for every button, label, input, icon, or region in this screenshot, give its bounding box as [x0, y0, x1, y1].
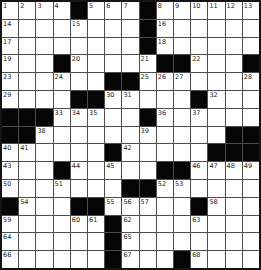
clue-number: 19	[3, 55, 11, 63]
white-cell-r11c2[interactable]	[19, 180, 35, 197]
clue-number: 39	[141, 127, 149, 135]
clue-number: 48	[227, 162, 235, 170]
white-cell-r11c14[interactable]	[226, 180, 242, 197]
white-cell-r12c13[interactable]: 58	[208, 198, 224, 215]
white-cell-r8c7[interactable]	[105, 127, 121, 144]
black-cell-r9c7	[105, 144, 121, 161]
white-cell-r14c13[interactable]	[208, 233, 224, 250]
white-cell-r1c12[interactable]: 10	[191, 2, 207, 19]
black-cell-r13c7	[105, 216, 121, 233]
white-cell-r1c11[interactable]: 9	[174, 2, 190, 19]
black-cell-r9c15	[243, 144, 259, 161]
white-cell-r14c5[interactable]	[71, 233, 87, 250]
white-cell-r15c2[interactable]	[19, 251, 35, 268]
white-cell-r6c2[interactable]	[19, 91, 35, 108]
white-cell-r15c12[interactable]: 68	[191, 251, 207, 268]
white-cell-r13c1[interactable]: 59	[2, 216, 18, 233]
black-cell-r1c9	[140, 2, 156, 19]
white-cell-r9c8[interactable]: 42	[122, 144, 138, 161]
white-cell-r9c5[interactable]	[71, 144, 87, 161]
clue-number: 64	[3, 233, 11, 241]
white-cell-r2c15[interactable]	[243, 20, 259, 37]
black-cell-r14c7	[105, 233, 121, 250]
clue-number: 38	[37, 127, 45, 135]
black-cell-r8c1	[2, 127, 18, 144]
white-cell-r9c1[interactable]: 40	[2, 144, 18, 161]
white-cell-r4c13[interactable]	[208, 55, 224, 72]
white-cell-r9c11[interactable]	[174, 144, 190, 161]
white-cell-r13c8[interactable]: 62	[122, 216, 138, 233]
white-cell-r11c11[interactable]: 53	[174, 180, 190, 197]
clue-number: 36	[158, 109, 166, 117]
white-cell-r3c2[interactable]	[19, 38, 35, 55]
white-cell-r13c4[interactable]	[54, 216, 70, 233]
white-cell-r12c14[interactable]	[226, 198, 242, 215]
white-cell-r6c13[interactable]: 32	[208, 91, 224, 108]
clue-number: 8	[158, 2, 162, 10]
white-cell-r5c13[interactable]	[208, 73, 224, 90]
white-cell-r12c11[interactable]	[174, 198, 190, 215]
white-cell-r11c7[interactable]	[105, 180, 121, 197]
white-cell-r8c12[interactable]	[191, 127, 207, 144]
white-cell-r15c6[interactable]	[88, 251, 104, 268]
white-cell-r5c4[interactable]: 24	[54, 73, 70, 90]
clue-number: 1	[3, 2, 7, 10]
white-cell-r3c11[interactable]	[174, 38, 190, 55]
white-cell-r2c12[interactable]	[191, 20, 207, 37]
white-cell-r14c1[interactable]: 64	[2, 233, 18, 250]
white-cell-r11c5[interactable]	[71, 180, 87, 197]
white-cell-r7c7[interactable]	[105, 109, 121, 126]
clue-number: 54	[20, 198, 28, 206]
white-cell-r15c15[interactable]	[243, 251, 259, 268]
clue-number: 52	[158, 180, 166, 188]
white-cell-r15c10[interactable]	[157, 251, 173, 268]
black-cell-r5c8	[122, 73, 138, 90]
white-cell-r15c14[interactable]	[226, 251, 242, 268]
white-cell-r14c3[interactable]	[36, 233, 52, 250]
white-cell-r3c15[interactable]	[243, 38, 259, 55]
white-cell-r9c6[interactable]	[88, 144, 104, 161]
white-cell-r5c14[interactable]	[226, 73, 242, 90]
white-cell-r12c4[interactable]	[54, 198, 70, 215]
black-cell-r11c9	[140, 180, 156, 197]
white-cell-r10c8[interactable]	[122, 162, 138, 179]
white-cell-r10c13[interactable]: 47	[208, 162, 224, 179]
white-cell-r9c9[interactable]	[140, 144, 156, 161]
white-cell-r10c3[interactable]	[36, 162, 52, 179]
white-cell-r11c10[interactable]: 52	[157, 180, 173, 197]
white-cell-r3c14[interactable]	[226, 38, 242, 55]
white-cell-r11c1[interactable]: 50	[2, 180, 18, 197]
clue-number: 28	[244, 73, 252, 81]
white-cell-r8c13[interactable]	[208, 127, 224, 144]
white-cell-r2c6[interactable]	[88, 20, 104, 37]
clue-number: 35	[89, 109, 97, 117]
white-cell-r14c8[interactable]: 65	[122, 233, 138, 250]
black-cell-r1c5	[71, 2, 87, 19]
white-cell-r8c11[interactable]	[174, 127, 190, 144]
clue-number: 10	[192, 2, 200, 10]
white-cell-r2c7[interactable]	[105, 20, 121, 37]
white-cell-r15c8[interactable]: 67	[122, 251, 138, 268]
white-cell-r7c14[interactable]	[226, 109, 242, 126]
clue-number: 46	[192, 162, 200, 170]
white-cell-r8c9[interactable]: 39	[140, 127, 156, 144]
clue-number: 45	[106, 162, 114, 170]
black-cell-r7c3	[36, 109, 52, 126]
clue-number: 16	[158, 20, 166, 28]
clue-number: 60	[72, 216, 80, 224]
clue-number: 44	[72, 162, 80, 170]
white-cell-r2c2[interactable]	[19, 20, 35, 37]
white-cell-r8c8[interactable]	[122, 127, 138, 144]
white-cell-r8c4[interactable]	[54, 127, 70, 144]
white-cell-r9c12[interactable]	[191, 144, 207, 161]
clue-number: 27	[175, 73, 183, 81]
white-cell-r14c15[interactable]	[243, 233, 259, 250]
white-cell-r5c10[interactable]: 26	[157, 73, 173, 90]
clue-number: 40	[3, 144, 11, 152]
clue-number: 37	[192, 109, 200, 117]
white-cell-r13c15[interactable]	[243, 216, 259, 233]
crossword-grid: 1234567891011121314151617181920212223242…	[0, 0, 261, 270]
black-cell-r8c2	[19, 127, 35, 144]
white-cell-r7c5[interactable]: 34	[71, 109, 87, 126]
white-cell-r10c9[interactable]	[140, 162, 156, 179]
white-cell-r1c14[interactable]: 12	[226, 2, 242, 19]
white-cell-r14c11[interactable]	[174, 233, 190, 250]
black-cell-r7c9	[140, 109, 156, 126]
white-cell-r12c15[interactable]	[243, 198, 259, 215]
clue-number: 32	[209, 91, 217, 99]
white-cell-r7c6[interactable]: 35	[88, 109, 104, 126]
white-cell-r15c13[interactable]	[208, 251, 224, 268]
white-cell-r2c14[interactable]	[226, 20, 242, 37]
clue-number: 20	[72, 55, 80, 63]
white-cell-r6c15[interactable]	[243, 91, 259, 108]
white-cell-r11c3[interactable]	[36, 180, 52, 197]
white-cell-r7c4[interactable]: 33	[54, 109, 70, 126]
clue-number: 17	[3, 38, 11, 46]
white-cell-r13c10[interactable]	[157, 216, 173, 233]
clue-number: 11	[209, 2, 217, 10]
black-cell-r12c6	[88, 198, 104, 215]
white-cell-r6c4[interactable]	[54, 91, 70, 108]
clue-number: 41	[20, 144, 28, 152]
clue-number: 63	[192, 216, 200, 224]
black-cell-r10c10	[157, 162, 173, 179]
white-cell-r7c13[interactable]	[208, 109, 224, 126]
black-cell-r15c7	[105, 251, 121, 268]
clue-number: 22	[192, 55, 200, 63]
clue-number: 53	[175, 180, 183, 188]
black-cell-r4c10	[157, 55, 173, 72]
clue-number: 2	[20, 2, 24, 10]
clue-number: 42	[123, 144, 131, 152]
white-cell-r3c7[interactable]	[105, 38, 121, 55]
black-cell-r5c7	[105, 73, 121, 90]
white-cell-r12c2[interactable]: 54	[19, 198, 35, 215]
black-cell-r6c5	[71, 91, 87, 108]
clue-number: 13	[244, 2, 252, 10]
clue-number: 68	[192, 251, 200, 259]
white-cell-r4c8[interactable]	[122, 55, 138, 72]
white-cell-r2c4[interactable]	[54, 20, 70, 37]
clue-number: 47	[209, 162, 217, 170]
clue-number: 7	[123, 2, 127, 10]
clue-number: 34	[72, 109, 80, 117]
white-cell-r13c12[interactable]: 63	[191, 216, 207, 233]
white-cell-r7c10[interactable]: 36	[157, 109, 173, 126]
black-cell-r3c9	[140, 38, 156, 55]
white-cell-r15c1[interactable]: 66	[2, 251, 18, 268]
white-cell-r3c13[interactable]	[208, 38, 224, 55]
white-cell-r6c1[interactable]: 29	[2, 91, 18, 108]
white-cell-r10c6[interactable]	[88, 162, 104, 179]
black-cell-r6c12	[191, 91, 207, 108]
white-cell-r8c6[interactable]	[88, 127, 104, 144]
white-cell-r11c12[interactable]	[191, 180, 207, 197]
white-cell-r9c2[interactable]: 41	[19, 144, 35, 161]
white-cell-r6c10[interactable]	[157, 91, 173, 108]
white-cell-r13c3[interactable]	[36, 216, 52, 233]
white-cell-r8c3[interactable]: 38	[36, 127, 52, 144]
white-cell-r13c14[interactable]	[226, 216, 242, 233]
white-cell-r1c3[interactable]: 3	[36, 2, 52, 19]
white-cell-r1c6[interactable]: 5	[88, 2, 104, 19]
white-cell-r10c2[interactable]	[19, 162, 35, 179]
white-cell-r1c2[interactable]: 2	[19, 2, 35, 19]
white-cell-r5c3[interactable]	[36, 73, 52, 90]
black-cell-r2c9	[140, 20, 156, 37]
black-cell-r9c14	[226, 144, 242, 161]
white-cell-r10c15[interactable]: 49	[243, 162, 259, 179]
white-cell-r3c4[interactable]	[54, 38, 70, 55]
white-cell-r3c1[interactable]: 17	[2, 38, 18, 55]
white-cell-r13c5[interactable]: 60	[71, 216, 87, 233]
white-cell-r7c8[interactable]	[122, 109, 138, 126]
black-cell-r6c6	[88, 91, 104, 108]
black-cell-r8c15	[243, 127, 259, 144]
black-cell-r12c1	[2, 198, 18, 215]
clue-number: 25	[141, 73, 149, 81]
white-cell-r5c11[interactable]: 27	[174, 73, 190, 90]
clue-number: 57	[141, 198, 149, 206]
white-cell-r1c13[interactable]: 11	[208, 2, 224, 19]
white-cell-r14c4[interactable]	[54, 233, 70, 250]
white-cell-r14c6[interactable]	[88, 233, 104, 250]
white-cell-r3c10[interactable]: 18	[157, 38, 173, 55]
white-cell-r15c4[interactable]	[54, 251, 70, 268]
black-cell-r4c15	[243, 55, 259, 72]
black-cell-r8c14	[226, 127, 242, 144]
white-cell-r13c11[interactable]	[174, 216, 190, 233]
clue-number: 15	[72, 20, 80, 28]
clue-number: 62	[123, 216, 131, 224]
white-cell-r9c3[interactable]	[36, 144, 52, 161]
white-cell-r14c2[interactable]	[19, 233, 35, 250]
clue-number: 61	[89, 216, 97, 224]
white-cell-r8c10[interactable]	[157, 127, 173, 144]
black-cell-r9c13	[208, 144, 224, 161]
clue-number: 59	[3, 216, 11, 224]
clue-number: 6	[106, 2, 110, 10]
clue-number: 18	[158, 38, 166, 46]
black-cell-r12c5	[71, 198, 87, 215]
black-cell-r10c4	[54, 162, 70, 179]
white-cell-r5c6[interactable]	[88, 73, 104, 90]
white-cell-r4c7[interactable]	[105, 55, 121, 72]
white-cell-r9c4[interactable]	[54, 144, 70, 161]
clue-number: 50	[3, 180, 11, 188]
white-cell-r10c12[interactable]: 46	[191, 162, 207, 179]
clue-number: 31	[123, 91, 131, 99]
white-cell-r13c2[interactable]	[19, 216, 35, 233]
white-cell-r11c6[interactable]	[88, 180, 104, 197]
white-cell-r10c7[interactable]: 45	[105, 162, 121, 179]
white-cell-r6c11[interactable]	[174, 91, 190, 108]
clue-number: 26	[158, 73, 166, 81]
white-cell-r10c14[interactable]: 48	[226, 162, 242, 179]
white-cell-r2c8[interactable]	[122, 20, 138, 37]
white-cell-r2c3[interactable]	[36, 20, 52, 37]
white-cell-r5c5[interactable]	[71, 73, 87, 90]
white-cell-r13c9[interactable]	[140, 216, 156, 233]
white-cell-r4c2[interactable]	[19, 55, 35, 72]
white-cell-r14c14[interactable]	[226, 233, 242, 250]
white-cell-r14c9[interactable]	[140, 233, 156, 250]
clue-number: 23	[3, 73, 11, 81]
clue-number: 21	[141, 55, 149, 63]
white-cell-r6c3[interactable]	[36, 91, 52, 108]
white-cell-r5c1[interactable]: 23	[2, 73, 18, 90]
black-cell-r4c11	[174, 55, 190, 72]
black-cell-r15c11	[174, 251, 190, 268]
white-cell-r3c3[interactable]	[36, 38, 52, 55]
clue-number: 3	[37, 2, 41, 10]
white-cell-r4c3[interactable]	[36, 55, 52, 72]
white-cell-r12c10[interactable]	[157, 198, 173, 215]
white-cell-r6c7[interactable]: 30	[105, 91, 121, 108]
white-cell-r6c14[interactable]	[226, 91, 242, 108]
clue-number: 51	[55, 180, 63, 188]
white-cell-r3c8[interactable]	[122, 38, 138, 55]
white-cell-r3c12[interactable]	[191, 38, 207, 55]
white-cell-r5c2[interactable]	[19, 73, 35, 90]
white-cell-r13c6[interactable]: 61	[88, 216, 104, 233]
clue-number: 24	[55, 73, 63, 81]
clue-number: 49	[244, 162, 252, 170]
white-cell-r1c10[interactable]: 8	[157, 2, 173, 19]
clue-number: 66	[3, 251, 11, 259]
white-cell-r1c7[interactable]: 6	[105, 2, 121, 19]
clue-number: 4	[55, 2, 59, 10]
clue-number: 5	[89, 2, 93, 10]
white-cell-r5c12[interactable]	[191, 73, 207, 90]
white-cell-r7c12[interactable]: 37	[191, 109, 207, 126]
white-cell-r12c3[interactable]	[36, 198, 52, 215]
white-cell-r2c5[interactable]: 15	[71, 20, 87, 37]
white-cell-r5c15[interactable]: 28	[243, 73, 259, 90]
white-cell-r2c11[interactable]	[174, 20, 190, 37]
white-cell-r4c9[interactable]: 21	[140, 55, 156, 72]
white-cell-r6c8[interactable]: 31	[122, 91, 138, 108]
clue-number: 9	[175, 2, 179, 10]
clue-number: 29	[3, 91, 11, 99]
white-cell-r10c1[interactable]: 43	[2, 162, 18, 179]
white-cell-r15c3[interactable]	[36, 251, 52, 268]
clue-number: 67	[123, 251, 131, 259]
white-cell-r3c6[interactable]	[88, 38, 104, 55]
white-cell-r1c4[interactable]: 4	[54, 2, 70, 19]
clue-number: 14	[3, 20, 11, 28]
white-cell-r6c9[interactable]	[140, 91, 156, 108]
clue-number: 56	[123, 198, 131, 206]
white-cell-r12c9[interactable]: 57	[140, 198, 156, 215]
clue-number: 65	[123, 233, 131, 241]
white-cell-r12c7[interactable]: 55	[105, 198, 121, 215]
white-cell-r2c1[interactable]: 14	[2, 20, 18, 37]
white-cell-r7c11[interactable]	[174, 109, 190, 126]
white-cell-r14c10[interactable]	[157, 233, 173, 250]
black-cell-r4c4	[54, 55, 70, 72]
black-cell-r12c12	[191, 198, 207, 215]
clue-number: 55	[106, 198, 114, 206]
clue-number: 58	[209, 198, 217, 206]
white-cell-r3c5[interactable]	[71, 38, 87, 55]
clue-number: 12	[227, 2, 235, 10]
white-cell-r1c15[interactable]: 13	[243, 2, 259, 19]
clue-number: 33	[55, 109, 63, 117]
white-cell-r13c13[interactable]	[208, 216, 224, 233]
clue-number: 30	[106, 91, 114, 99]
white-cell-r15c5[interactable]	[71, 251, 87, 268]
white-cell-r14c12[interactable]	[191, 233, 207, 250]
white-cell-r4c6[interactable]	[88, 55, 104, 72]
black-cell-r10c11	[174, 162, 190, 179]
black-cell-r7c1	[2, 109, 18, 126]
white-cell-r11c13[interactable]	[208, 180, 224, 197]
white-cell-r11c15[interactable]	[243, 180, 259, 197]
white-cell-r2c10[interactable]: 16	[157, 20, 173, 37]
white-cell-r7c15[interactable]	[243, 109, 259, 126]
white-cell-r12c8[interactable]: 56	[122, 198, 138, 215]
clue-number: 43	[3, 162, 11, 170]
white-cell-r4c14[interactable]	[226, 55, 242, 72]
white-cell-r2c13[interactable]	[208, 20, 224, 37]
white-cell-r15c9[interactable]	[140, 251, 156, 268]
black-cell-r11c8	[122, 180, 138, 197]
white-cell-r1c8[interactable]: 7	[122, 2, 138, 19]
white-cell-r11c4[interactable]: 51	[54, 180, 70, 197]
white-cell-r9c10[interactable]	[157, 144, 173, 161]
white-cell-r4c12[interactable]: 22	[191, 55, 207, 72]
white-cell-r4c1[interactable]: 19	[2, 55, 18, 72]
white-cell-r1c1[interactable]: 1	[2, 2, 18, 19]
white-cell-r8c5[interactable]	[71, 127, 87, 144]
white-cell-r10c5[interactable]: 44	[71, 162, 87, 179]
white-cell-r5c9[interactable]: 25	[140, 73, 156, 90]
white-cell-r4c5[interactable]: 20	[71, 55, 87, 72]
black-cell-r7c2	[19, 109, 35, 126]
